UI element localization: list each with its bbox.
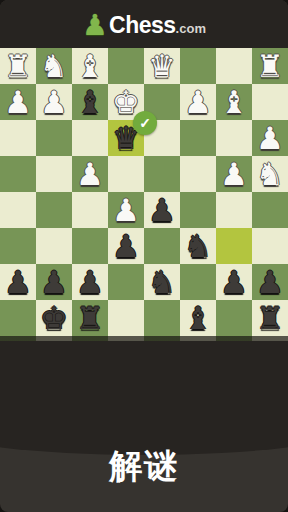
square-f1[interactable]: ♝	[72, 48, 108, 84]
piece-black-pawn-d5: ♟	[148, 192, 176, 228]
piece-white-rook-h1: ♜	[4, 48, 32, 84]
page-title: 解谜	[0, 444, 288, 489]
square-c5[interactable]	[180, 192, 216, 228]
square-a2[interactable]	[252, 84, 288, 120]
square-f7[interactable]: ♟	[72, 264, 108, 300]
square-e7[interactable]	[108, 264, 144, 300]
piece-black-pawn-e6: ♟	[112, 228, 140, 264]
square-b1[interactable]	[216, 48, 252, 84]
piece-white-pawn-f4: ♟	[76, 156, 104, 192]
square-c4[interactable]	[180, 156, 216, 192]
square-e6[interactable]: ♟	[108, 228, 144, 264]
square-d4[interactable]	[144, 156, 180, 192]
square-d7[interactable]: ♞	[144, 264, 180, 300]
square-d6[interactable]	[144, 228, 180, 264]
square-g2[interactable]: ♟	[36, 84, 72, 120]
square-a4[interactable]: ♞	[252, 156, 288, 192]
square-g1[interactable]: ♞	[36, 48, 72, 84]
square-f2[interactable]: ♝	[72, 84, 108, 120]
piece-black-bishop-c8: ♝	[184, 300, 212, 336]
piece-white-rook-a1: ♜	[256, 48, 284, 84]
piece-white-pawn-a3: ♟	[256, 120, 284, 156]
square-g6[interactable]	[36, 228, 72, 264]
square-f6[interactable]	[72, 228, 108, 264]
piece-white-pawn-h2: ♟	[4, 84, 32, 120]
square-e8[interactable]	[108, 300, 144, 336]
square-d5[interactable]: ♟	[144, 192, 180, 228]
square-h8[interactable]	[0, 300, 36, 336]
square-d1[interactable]: ♛	[144, 48, 180, 84]
square-h3[interactable]	[0, 120, 36, 156]
square-c7[interactable]	[180, 264, 216, 300]
square-g3[interactable]	[36, 120, 72, 156]
piece-black-knight-d7: ♞	[148, 264, 176, 300]
check-icon: ✓	[139, 115, 151, 131]
square-g4[interactable]	[36, 156, 72, 192]
square-g8[interactable]: ♚	[36, 300, 72, 336]
pawn-logo-icon: ♟	[82, 11, 108, 40]
piece-white-queen-d1: ♛	[148, 48, 176, 84]
piece-white-pawn-e5: ♟	[112, 192, 140, 228]
square-d8[interactable]	[144, 300, 180, 336]
piece-black-rook-a8: ♜	[256, 300, 284, 336]
chess-board: ♜♞♝♛♜♟♟♝♚♟♝♛♟♟♟♞♟♟♟♞♟♟♟♞♟♟♚♜♝♜	[0, 48, 288, 336]
piece-black-king-g8: ♚	[40, 300, 68, 336]
board-bottom-shadow	[0, 336, 288, 341]
chess-com-logo: ♟ Chess .com	[0, 8, 288, 42]
piece-white-knight-a4: ♞	[256, 156, 284, 192]
square-e4[interactable]	[108, 156, 144, 192]
square-b8[interactable]	[216, 300, 252, 336]
square-h6[interactable]	[0, 228, 36, 264]
piece-black-pawn-f7: ♟	[76, 264, 104, 300]
app-screen: ♟ Chess .com ♜♞♝♛♜♟♟♝♚♟♝♛♟♟♟♞♟♟♟♞♟♟♟♞♟♟♚…	[0, 0, 288, 512]
square-c2[interactable]: ♟	[180, 84, 216, 120]
piece-white-bishop-f1: ♝	[76, 48, 104, 84]
square-a1[interactable]: ♜	[252, 48, 288, 84]
square-a7[interactable]: ♟	[252, 264, 288, 300]
puzzle-rating-chart	[0, 345, 288, 423]
square-f5[interactable]	[72, 192, 108, 228]
piece-black-pawn-b7: ♟	[220, 264, 248, 300]
brand-text: Chess	[109, 12, 176, 39]
square-f4[interactable]: ♟	[72, 156, 108, 192]
square-c3[interactable]	[180, 120, 216, 156]
piece-white-knight-g1: ♞	[40, 48, 68, 84]
piece-black-rook-f8: ♜	[76, 300, 104, 336]
square-a8[interactable]: ♜	[252, 300, 288, 336]
square-a6[interactable]	[252, 228, 288, 264]
square-h4[interactable]	[0, 156, 36, 192]
piece-white-pawn-b4: ♟	[220, 156, 248, 192]
square-c6[interactable]: ♞	[180, 228, 216, 264]
piece-black-pawn-g7: ♟	[40, 264, 68, 300]
square-f3[interactable]	[72, 120, 108, 156]
square-b7[interactable]: ♟	[216, 264, 252, 300]
square-b5[interactable]	[216, 192, 252, 228]
piece-black-pawn-h7: ♟	[4, 264, 32, 300]
piece-white-pawn-c2: ♟	[184, 84, 212, 120]
piece-white-pawn-g2: ♟	[40, 84, 68, 120]
piece-black-bishop-f2: ♝	[76, 84, 104, 120]
square-g7[interactable]: ♟	[36, 264, 72, 300]
square-b6[interactable]	[216, 228, 252, 264]
square-e1[interactable]	[108, 48, 144, 84]
piece-white-bishop-b2: ♝	[220, 84, 248, 120]
square-h7[interactable]: ♟	[0, 264, 36, 300]
square-c1[interactable]	[180, 48, 216, 84]
square-h5[interactable]	[0, 192, 36, 228]
correct-move-badge: ✓	[133, 111, 157, 135]
square-h2[interactable]: ♟	[0, 84, 36, 120]
brand-suffix-text: .com	[176, 21, 206, 36]
piece-black-knight-c6: ♞	[184, 228, 212, 264]
square-g5[interactable]	[36, 192, 72, 228]
square-b4[interactable]: ♟	[216, 156, 252, 192]
square-b3[interactable]	[216, 120, 252, 156]
square-f8[interactable]: ♜	[72, 300, 108, 336]
square-a5[interactable]	[252, 192, 288, 228]
square-e5[interactable]: ♟	[108, 192, 144, 228]
square-c8[interactable]: ♝	[180, 300, 216, 336]
square-h1[interactable]: ♜	[0, 48, 36, 84]
square-b2[interactable]: ♝	[216, 84, 252, 120]
piece-black-pawn-a7: ♟	[256, 264, 284, 300]
square-a3[interactable]: ♟	[252, 120, 288, 156]
